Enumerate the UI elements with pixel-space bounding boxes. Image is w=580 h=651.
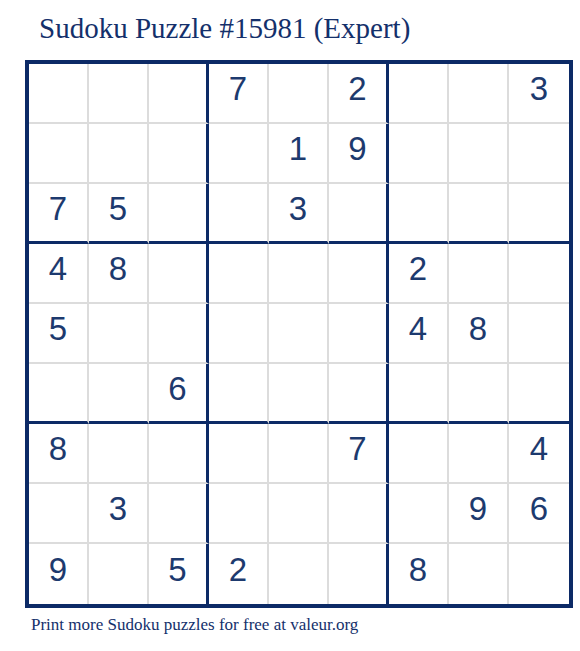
- cell-r9c2: [89, 544, 149, 604]
- cell-r1c4: 7: [209, 64, 269, 124]
- sudoku-board: 7231975348254868743969528: [25, 60, 573, 608]
- cell-r1c2: [89, 64, 149, 124]
- cell-r5c7: 4: [389, 304, 449, 364]
- cell-r3c6: [329, 184, 389, 244]
- cell-r4c9: [509, 244, 569, 304]
- cell-r9c1: 9: [29, 544, 89, 604]
- cell-r6c2: [89, 364, 149, 424]
- cell-r3c5: 3: [269, 184, 329, 244]
- cell-r1c6: 2: [329, 64, 389, 124]
- cell-r1c8: [449, 64, 509, 124]
- cell-r7c8: [449, 424, 509, 484]
- cell-r2c8: [449, 124, 509, 184]
- cell-r7c2: [89, 424, 149, 484]
- cell-r7c9: 4: [509, 424, 569, 484]
- cell-r4c7: 2: [389, 244, 449, 304]
- cell-r9c4: 2: [209, 544, 269, 604]
- cell-r4c6: [329, 244, 389, 304]
- cell-r8c6: [329, 484, 389, 544]
- cell-r3c4: [209, 184, 269, 244]
- cell-r9c8: [449, 544, 509, 604]
- cell-r2c4: [209, 124, 269, 184]
- cell-r6c5: [269, 364, 329, 424]
- cell-r7c5: [269, 424, 329, 484]
- cell-r9c9: [509, 544, 569, 604]
- cell-r3c3: [149, 184, 209, 244]
- cell-r2c1: [29, 124, 89, 184]
- cell-r1c9: 3: [509, 64, 569, 124]
- cell-r6c9: [509, 364, 569, 424]
- cell-r4c1: 4: [29, 244, 89, 304]
- cell-r8c2: 3: [89, 484, 149, 544]
- cell-r6c8: [449, 364, 509, 424]
- cell-r4c8: [449, 244, 509, 304]
- cell-r5c5: [269, 304, 329, 364]
- cell-r6c1: [29, 364, 89, 424]
- cell-r9c7: 8: [389, 544, 449, 604]
- cell-r5c3: [149, 304, 209, 364]
- cell-r8c7: [389, 484, 449, 544]
- cell-r5c6: [329, 304, 389, 364]
- cell-r2c5: 1: [269, 124, 329, 184]
- cell-r5c9: [509, 304, 569, 364]
- cell-r3c7: [389, 184, 449, 244]
- cell-r7c6: 7: [329, 424, 389, 484]
- cell-r2c9: [509, 124, 569, 184]
- cell-r6c7: [389, 364, 449, 424]
- cell-r8c8: 9: [449, 484, 509, 544]
- cell-r4c4: [209, 244, 269, 304]
- cell-r5c8: 8: [449, 304, 509, 364]
- cell-r6c3: 6: [149, 364, 209, 424]
- cell-r3c2: 5: [89, 184, 149, 244]
- cell-r8c5: [269, 484, 329, 544]
- cell-r3c9: [509, 184, 569, 244]
- cell-r2c2: [89, 124, 149, 184]
- cell-r8c3: [149, 484, 209, 544]
- cell-r5c2: [89, 304, 149, 364]
- cell-r9c6: [329, 544, 389, 604]
- cell-r6c4: [209, 364, 269, 424]
- cell-r4c2: 8: [89, 244, 149, 304]
- cell-r8c1: [29, 484, 89, 544]
- footer-text: Print more Sudoku puzzles for free at va…: [31, 615, 358, 635]
- page-title: Sudoku Puzzle #15981 (Expert): [39, 12, 410, 45]
- cell-r2c7: [389, 124, 449, 184]
- cell-r1c1: [29, 64, 89, 124]
- cell-r4c3: [149, 244, 209, 304]
- cell-r9c5: [269, 544, 329, 604]
- cell-r7c3: [149, 424, 209, 484]
- cell-r7c1: 8: [29, 424, 89, 484]
- cell-r9c3: 5: [149, 544, 209, 604]
- cell-r8c9: 6: [509, 484, 569, 544]
- cell-r1c7: [389, 64, 449, 124]
- cell-r1c5: [269, 64, 329, 124]
- cell-r7c7: [389, 424, 449, 484]
- cell-r1c3: [149, 64, 209, 124]
- cell-r3c8: [449, 184, 509, 244]
- cell-r5c4: [209, 304, 269, 364]
- cell-r2c3: [149, 124, 209, 184]
- cell-r7c4: [209, 424, 269, 484]
- cell-r6c6: [329, 364, 389, 424]
- cell-r8c4: [209, 484, 269, 544]
- cell-r3c1: 7: [29, 184, 89, 244]
- cell-r2c6: 9: [329, 124, 389, 184]
- cell-r5c1: 5: [29, 304, 89, 364]
- cell-r4c5: [269, 244, 329, 304]
